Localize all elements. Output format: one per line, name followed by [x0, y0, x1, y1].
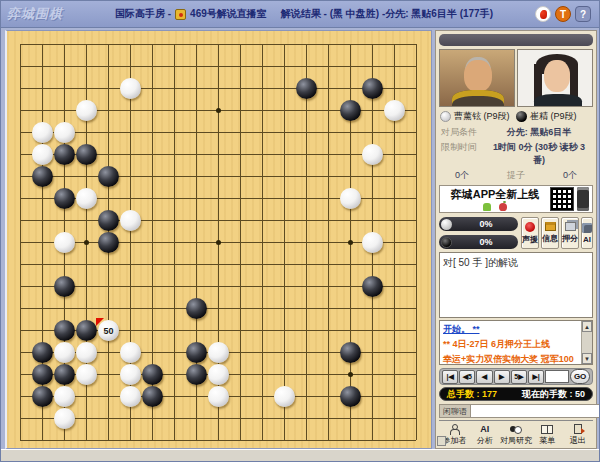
board-cell[interactable] [361, 33, 383, 55]
board-cell[interactable] [185, 77, 207, 99]
board-cell[interactable] [31, 165, 53, 187]
board-cell[interactable] [119, 363, 141, 385]
board-cell[interactable] [317, 209, 339, 231]
board-cell[interactable] [339, 253, 361, 275]
board-cell[interactable] [141, 429, 163, 449]
board-cell[interactable] [163, 319, 185, 341]
board-cell[interactable] [317, 385, 339, 407]
board-cell[interactable] [317, 231, 339, 253]
menu-button[interactable]: 菜单 [532, 423, 563, 446]
board-cell[interactable] [317, 165, 339, 187]
board-cell[interactable] [273, 99, 295, 121]
board-cell[interactable] [97, 341, 119, 363]
board-cell[interactable] [405, 275, 427, 297]
board-cell[interactable] [163, 275, 185, 297]
board-cell[interactable] [53, 363, 75, 385]
board-cell[interactable] [53, 33, 75, 55]
board-cell[interactable] [141, 209, 163, 231]
board-cell[interactable] [141, 55, 163, 77]
board-cell[interactable] [273, 319, 295, 341]
board-cell[interactable] [339, 33, 361, 55]
board-cell[interactable] [9, 297, 31, 319]
board-cell[interactable] [31, 297, 53, 319]
board-cell[interactable] [383, 341, 405, 363]
board-cell[interactable] [75, 99, 97, 121]
board-cell[interactable] [185, 319, 207, 341]
board-cell[interactable] [31, 231, 53, 253]
board-cell[interactable] [163, 99, 185, 121]
nav-forward5-button[interactable]: 5▶ [511, 370, 527, 384]
board-cell[interactable] [405, 121, 427, 143]
board-cell[interactable] [97, 187, 119, 209]
bet-button[interactable]: 押分 [561, 217, 579, 249]
board-cell[interactable] [295, 187, 317, 209]
nav-first-button[interactable]: |◀ [442, 370, 458, 384]
board-cell[interactable] [383, 55, 405, 77]
board-cell[interactable] [75, 319, 97, 341]
board-cell[interactable] [31, 33, 53, 55]
board-cell[interactable] [295, 55, 317, 77]
board-cell[interactable] [273, 143, 295, 165]
board-cell[interactable] [361, 187, 383, 209]
board-cell[interactable] [295, 341, 317, 363]
board-cell[interactable] [229, 253, 251, 275]
log-scrollbar[interactable]: ▲ ▼ [581, 321, 592, 364]
board-cell[interactable] [361, 319, 383, 341]
board-cell[interactable] [31, 407, 53, 429]
board-cell[interactable] [361, 165, 383, 187]
board-cell[interactable] [9, 143, 31, 165]
board-cell[interactable] [229, 55, 251, 77]
board-cell[interactable] [251, 231, 273, 253]
board-cell[interactable] [141, 143, 163, 165]
board-cell[interactable] [185, 297, 207, 319]
board-cell[interactable] [317, 363, 339, 385]
board-cell[interactable] [119, 77, 141, 99]
board-cell[interactable] [251, 319, 273, 341]
board-cell[interactable] [383, 121, 405, 143]
nav-back5-button[interactable]: ◀5 [459, 370, 475, 384]
board-cell[interactable] [273, 121, 295, 143]
board-cell[interactable] [207, 253, 229, 275]
board-cell[interactable] [405, 209, 427, 231]
board-cell[interactable] [119, 429, 141, 449]
board-cell[interactable] [31, 143, 53, 165]
board-cell[interactable] [229, 297, 251, 319]
board-cell[interactable] [53, 55, 75, 77]
board-cell[interactable] [185, 143, 207, 165]
board-cell[interactable] [251, 385, 273, 407]
board-cell[interactable] [163, 297, 185, 319]
board-cell[interactable] [141, 319, 163, 341]
board-cell[interactable] [317, 341, 339, 363]
board-cell[interactable] [97, 253, 119, 275]
board-cell[interactable] [405, 77, 427, 99]
tygem-t-icon[interactable]: T [555, 6, 571, 22]
board-cell[interactable] [9, 121, 31, 143]
board-cell[interactable] [97, 429, 119, 449]
board-cell[interactable] [9, 77, 31, 99]
board-cell[interactable] [141, 165, 163, 187]
board-cell[interactable] [97, 275, 119, 297]
board-cell[interactable] [339, 363, 361, 385]
scroll-down-button[interactable]: ▼ [582, 353, 592, 364]
board-cell[interactable] [383, 209, 405, 231]
board-cell[interactable] [405, 99, 427, 121]
board-cell[interactable] [317, 77, 339, 99]
board-cell[interactable] [339, 187, 361, 209]
board-cell[interactable] [405, 319, 427, 341]
board-cell[interactable] [185, 33, 207, 55]
board-cell[interactable] [53, 319, 75, 341]
board-cell[interactable] [383, 385, 405, 407]
ai-analysis-button[interactable]: AI 分析 [470, 423, 501, 446]
board-cell[interactable] [9, 319, 31, 341]
board-cell[interactable] [185, 407, 207, 429]
board-cell[interactable] [75, 253, 97, 275]
board-cell[interactable] [185, 429, 207, 449]
board-cell[interactable] [317, 253, 339, 275]
board-cell[interactable] [405, 297, 427, 319]
board-cell[interactable] [163, 429, 185, 449]
board-cell[interactable] [185, 341, 207, 363]
board-cell[interactable] [273, 275, 295, 297]
board-cell[interactable] [251, 341, 273, 363]
board-cell[interactable] [383, 143, 405, 165]
board-cell[interactable] [53, 209, 75, 231]
board-cell[interactable] [163, 231, 185, 253]
board-cell[interactable] [229, 165, 251, 187]
board-cell[interactable] [229, 341, 251, 363]
board-cell[interactable] [295, 143, 317, 165]
board-cell[interactable] [31, 385, 53, 407]
board-cell[interactable] [317, 275, 339, 297]
board-cell[interactable] [339, 429, 361, 449]
board-cell[interactable] [185, 187, 207, 209]
board-cell[interactable] [9, 341, 31, 363]
board-cell[interactable] [405, 165, 427, 187]
board-cell[interactable] [9, 429, 31, 449]
board-cell[interactable] [185, 121, 207, 143]
nav-back-button[interactable]: ◀ [476, 370, 492, 384]
board-cell[interactable] [141, 99, 163, 121]
help-icon[interactable]: ? [575, 6, 591, 22]
board-cell[interactable] [31, 341, 53, 363]
board-cell[interactable] [229, 121, 251, 143]
board-cell[interactable] [295, 99, 317, 121]
board-cell[interactable] [9, 165, 31, 187]
board-cell[interactable] [163, 33, 185, 55]
board-cell[interactable] [273, 231, 295, 253]
board-cell[interactable] [141, 253, 163, 275]
board-cell[interactable] [97, 33, 119, 55]
side-mini-tab[interactable] [437, 436, 446, 446]
board-cell[interactable] [273, 33, 295, 55]
board-cell[interactable] [31, 253, 53, 275]
board-cell[interactable] [185, 165, 207, 187]
board-cell[interactable] [31, 319, 53, 341]
board-cell[interactable] [185, 209, 207, 231]
board-cell[interactable] [273, 165, 295, 187]
board-cell[interactable] [383, 253, 405, 275]
board-cell[interactable]: 50 [97, 319, 119, 341]
game-research-button[interactable]: 对局研究 [500, 423, 532, 446]
board-cell[interactable] [53, 341, 75, 363]
board-cell[interactable] [75, 55, 97, 77]
board-cell[interactable] [361, 407, 383, 429]
board-cell[interactable] [339, 275, 361, 297]
board-cell[interactable] [75, 77, 97, 99]
board-cell[interactable] [53, 429, 75, 449]
board-cell[interactable] [119, 99, 141, 121]
board-cell[interactable] [251, 55, 273, 77]
board-cell[interactable] [273, 385, 295, 407]
board-cell[interactable] [207, 297, 229, 319]
board-cell[interactable] [185, 55, 207, 77]
board-cell[interactable] [9, 187, 31, 209]
board-cell[interactable] [339, 209, 361, 231]
board-cell[interactable] [295, 231, 317, 253]
board-cell[interactable] [295, 253, 317, 275]
board-cell[interactable] [141, 407, 163, 429]
board-cell[interactable] [207, 231, 229, 253]
cheer-button[interactable]: 声援 [521, 217, 539, 249]
board-cell[interactable] [31, 55, 53, 77]
board-cell[interactable] [9, 33, 31, 55]
board-cell[interactable] [119, 165, 141, 187]
board-cell[interactable] [53, 231, 75, 253]
board-cell[interactable] [97, 143, 119, 165]
board-cell[interactable] [383, 297, 405, 319]
board-cell[interactable] [97, 165, 119, 187]
board-cell[interactable] [273, 341, 295, 363]
board-cell[interactable] [229, 231, 251, 253]
board-cell[interactable] [251, 143, 273, 165]
board-cell[interactable] [141, 77, 163, 99]
board-cell[interactable] [273, 429, 295, 449]
board-cell[interactable] [339, 231, 361, 253]
board-cell[interactable] [295, 33, 317, 55]
board-cell[interactable] [317, 33, 339, 55]
board-cell[interactable] [361, 253, 383, 275]
board-cell[interactable] [163, 143, 185, 165]
board-cell[interactable] [273, 55, 295, 77]
board-cell[interactable] [317, 407, 339, 429]
board-cell[interactable] [141, 33, 163, 55]
info-button[interactable]: 信息 [541, 217, 559, 249]
board-cell[interactable] [119, 385, 141, 407]
board-cell[interactable] [295, 429, 317, 449]
board-cell[interactable] [361, 143, 383, 165]
board-cell[interactable] [295, 319, 317, 341]
board-cell[interactable] [207, 209, 229, 231]
board-cell[interactable] [31, 187, 53, 209]
board-cell[interactable] [97, 407, 119, 429]
board-cell[interactable] [295, 275, 317, 297]
board-cell[interactable] [339, 319, 361, 341]
board-cell[interactable] [229, 319, 251, 341]
board-cell[interactable] [339, 77, 361, 99]
board-cell[interactable] [163, 77, 185, 99]
board-cell[interactable] [9, 385, 31, 407]
board-cell[interactable] [53, 77, 75, 99]
board-cell[interactable] [9, 363, 31, 385]
board-cell[interactable] [31, 275, 53, 297]
board-cell[interactable] [251, 429, 273, 449]
board-cell[interactable] [383, 187, 405, 209]
board-cell[interactable] [361, 231, 383, 253]
board-cell[interactable] [163, 55, 185, 77]
board-cell[interactable] [317, 187, 339, 209]
board-cell[interactable] [119, 209, 141, 231]
board-cell[interactable] [295, 209, 317, 231]
board-cell[interactable] [251, 275, 273, 297]
board-cell[interactable] [251, 253, 273, 275]
board-cell[interactable] [383, 363, 405, 385]
board-cell[interactable] [317, 319, 339, 341]
board-cell[interactable] [405, 55, 427, 77]
board-cell[interactable] [75, 429, 97, 449]
board-cell[interactable] [97, 55, 119, 77]
board-cell[interactable] [75, 165, 97, 187]
board-cell[interactable] [317, 55, 339, 77]
board-cell[interactable] [31, 429, 53, 449]
move-number-input[interactable] [545, 370, 569, 383]
board-cell[interactable] [229, 407, 251, 429]
board-cell[interactable] [97, 121, 119, 143]
board-cell[interactable] [53, 99, 75, 121]
board-cell[interactable] [207, 165, 229, 187]
board-cell[interactable] [119, 341, 141, 363]
board-cell[interactable] [317, 121, 339, 143]
board-cell[interactable] [251, 77, 273, 99]
board-cell[interactable] [119, 187, 141, 209]
board-cell[interactable] [405, 341, 427, 363]
board-cell[interactable] [163, 253, 185, 275]
board-cell[interactable] [97, 77, 119, 99]
board-cell[interactable] [229, 99, 251, 121]
board-cell[interactable] [75, 363, 97, 385]
board-cell[interactable] [229, 429, 251, 449]
board-cell[interactable] [31, 99, 53, 121]
board-cell[interactable] [383, 77, 405, 99]
board-cell[interactable] [251, 187, 273, 209]
board-cell[interactable] [53, 407, 75, 429]
board-cell[interactable] [185, 253, 207, 275]
board-cell[interactable] [53, 187, 75, 209]
board-cell[interactable] [9, 275, 31, 297]
board-cell[interactable] [31, 121, 53, 143]
board-cell[interactable] [361, 209, 383, 231]
board-cell[interactable] [383, 319, 405, 341]
board-cell[interactable] [317, 429, 339, 449]
board-cell[interactable] [361, 297, 383, 319]
board-cell[interactable] [53, 143, 75, 165]
board-cell[interactable] [273, 77, 295, 99]
board-cell[interactable] [185, 385, 207, 407]
board-cell[interactable] [119, 143, 141, 165]
board-cell[interactable] [405, 429, 427, 449]
board-cell[interactable] [207, 429, 229, 449]
board-cell[interactable] [9, 231, 31, 253]
board-cell[interactable] [273, 297, 295, 319]
board-cell[interactable] [339, 407, 361, 429]
board-cell[interactable] [185, 99, 207, 121]
board-cell[interactable] [273, 363, 295, 385]
board-cell[interactable] [207, 33, 229, 55]
board-cell[interactable] [163, 187, 185, 209]
board-cell[interactable] [53, 275, 75, 297]
board-cell[interactable] [141, 363, 163, 385]
board-cell[interactable] [141, 187, 163, 209]
board-cell[interactable] [75, 121, 97, 143]
board-cell[interactable] [295, 121, 317, 143]
board-cell[interactable] [163, 209, 185, 231]
board-cell[interactable] [141, 341, 163, 363]
board-cell[interactable] [75, 33, 97, 55]
board-cell[interactable] [251, 165, 273, 187]
board-cell[interactable] [75, 231, 97, 253]
board-cell[interactable] [141, 275, 163, 297]
board-cell[interactable] [405, 143, 427, 165]
board-cell[interactable] [9, 209, 31, 231]
chat-input[interactable] [471, 404, 600, 418]
board-cell[interactable] [361, 385, 383, 407]
board-cell[interactable] [163, 407, 185, 429]
board-cell[interactable] [405, 253, 427, 275]
board-cell[interactable] [339, 341, 361, 363]
board-cell[interactable] [53, 297, 75, 319]
board-cell[interactable] [75, 407, 97, 429]
board-cell[interactable] [119, 253, 141, 275]
board-cell[interactable] [141, 297, 163, 319]
board-cell[interactable] [9, 55, 31, 77]
board-cell[interactable] [119, 55, 141, 77]
board-cell[interactable] [163, 341, 185, 363]
board-cell[interactable] [207, 275, 229, 297]
board-cell[interactable] [119, 231, 141, 253]
board-cell[interactable] [383, 99, 405, 121]
board-cell[interactable] [207, 319, 229, 341]
start-link[interactable]: 开始。 ** [443, 324, 480, 334]
board-cell[interactable] [9, 253, 31, 275]
board-cell[interactable] [119, 275, 141, 297]
board-cell[interactable] [207, 407, 229, 429]
board-cell[interactable] [53, 121, 75, 143]
board-cell[interactable] [75, 385, 97, 407]
board-cell[interactable] [229, 385, 251, 407]
board-cell[interactable] [339, 165, 361, 187]
board-cell[interactable] [207, 341, 229, 363]
board-cell[interactable] [383, 231, 405, 253]
board-cell[interactable] [207, 77, 229, 99]
board-cell[interactable] [295, 363, 317, 385]
board-cell[interactable] [251, 407, 273, 429]
board-cell[interactable] [361, 55, 383, 77]
board-cell[interactable] [207, 99, 229, 121]
board-cell[interactable] [383, 407, 405, 429]
board-cell[interactable] [75, 341, 97, 363]
board-cell[interactable] [229, 209, 251, 231]
board-cell[interactable] [229, 275, 251, 297]
board-cell[interactable] [273, 209, 295, 231]
go-button[interactable]: GO [570, 369, 590, 384]
board-cell[interactable] [405, 187, 427, 209]
board-cell[interactable] [405, 363, 427, 385]
board-cell[interactable] [405, 231, 427, 253]
board-cell[interactable] [97, 209, 119, 231]
board-cell[interactable] [97, 385, 119, 407]
